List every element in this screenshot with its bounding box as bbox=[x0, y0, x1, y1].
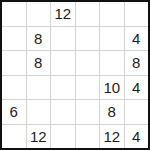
cell-r4c6[interactable]: 4 bbox=[125, 76, 149, 100]
cell-r3c5[interactable] bbox=[100, 51, 124, 75]
cell-r3c1[interactable] bbox=[2, 51, 26, 75]
cell-r6c2[interactable]: 12 bbox=[27, 125, 51, 149]
cell-r2c3[interactable] bbox=[51, 27, 75, 51]
cell-r4c1[interactable] bbox=[2, 76, 26, 100]
cell-r5c6[interactable] bbox=[125, 100, 149, 124]
cell-r1c1[interactable] bbox=[2, 2, 26, 26]
cell-r3c4[interactable] bbox=[76, 51, 100, 75]
cell-r1c6[interactable] bbox=[125, 2, 149, 26]
cell-r4c4[interactable] bbox=[76, 76, 100, 100]
cell-r2c1[interactable] bbox=[2, 27, 26, 51]
cell-r5c1[interactable]: 6 bbox=[2, 100, 26, 124]
cell-r6c5[interactable]: 12 bbox=[100, 125, 124, 149]
cell-r3c6[interactable]: 8 bbox=[125, 51, 149, 75]
cell-r5c4[interactable] bbox=[76, 100, 100, 124]
cell-r6c1[interactable] bbox=[2, 125, 26, 149]
cell-r5c5[interactable]: 8 bbox=[100, 100, 124, 124]
cell-r1c2[interactable] bbox=[27, 2, 51, 26]
cell-r1c3[interactable]: 12 bbox=[51, 2, 75, 26]
puzzle-board: 1284881046812124 bbox=[0, 0, 150, 150]
cell-r2c5[interactable] bbox=[100, 27, 124, 51]
cell-r2c4[interactable] bbox=[76, 27, 100, 51]
cell-r6c6[interactable]: 4 bbox=[125, 125, 149, 149]
cell-r5c2[interactable] bbox=[27, 100, 51, 124]
cell-r4c2[interactable] bbox=[27, 76, 51, 100]
cell-r6c4[interactable] bbox=[76, 125, 100, 149]
cell-r3c2[interactable]: 8 bbox=[27, 51, 51, 75]
cell-r4c5[interactable]: 10 bbox=[100, 76, 124, 100]
cell-r5c3[interactable] bbox=[51, 100, 75, 124]
cell-r6c3[interactable] bbox=[51, 125, 75, 149]
cell-r2c6[interactable]: 4 bbox=[125, 27, 149, 51]
cell-r2c2[interactable]: 8 bbox=[27, 27, 51, 51]
cell-r1c4[interactable] bbox=[76, 2, 100, 26]
cell-r3c3[interactable] bbox=[51, 51, 75, 75]
cell-r1c5[interactable] bbox=[100, 2, 124, 26]
cell-r4c3[interactable] bbox=[51, 76, 75, 100]
